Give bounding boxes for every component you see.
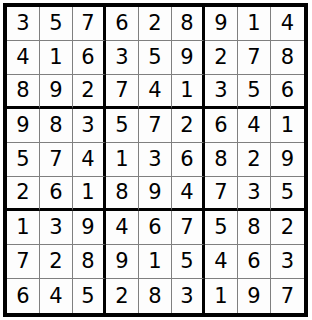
cell-r4c2[interactable]: 8: [40, 109, 73, 143]
cell-r9c8[interactable]: 9: [238, 279, 271, 313]
cell-r7c1[interactable]: 1: [7, 211, 40, 245]
cell-r4c4[interactable]: 5: [106, 109, 139, 143]
sudoku-board: 3576289144163592788927413569835726415741…: [3, 3, 308, 317]
cell-r3c2[interactable]: 9: [40, 75, 73, 109]
cell-r7c6[interactable]: 7: [172, 211, 205, 245]
cell-r6c3[interactable]: 1: [73, 177, 106, 211]
cell-r5c2[interactable]: 7: [40, 143, 73, 177]
cell-r9c1[interactable]: 6: [7, 279, 40, 313]
cell-r3c5[interactable]: 4: [139, 75, 172, 109]
cell-r3c4[interactable]: 7: [106, 75, 139, 109]
cell-r8c5[interactable]: 1: [139, 245, 172, 279]
cell-r7c8[interactable]: 8: [238, 211, 271, 245]
cell-r4c6[interactable]: 2: [172, 109, 205, 143]
cell-r6c5[interactable]: 9: [139, 177, 172, 211]
cell-r6c9[interactable]: 5: [271, 177, 304, 211]
cell-r8c6[interactable]: 5: [172, 245, 205, 279]
cell-r7c5[interactable]: 6: [139, 211, 172, 245]
cell-r9c6[interactable]: 3: [172, 279, 205, 313]
cell-r2c3[interactable]: 6: [73, 41, 106, 75]
cell-r9c4[interactable]: 2: [106, 279, 139, 313]
cell-r8c2[interactable]: 2: [40, 245, 73, 279]
cell-r8c1[interactable]: 7: [7, 245, 40, 279]
cell-r2c5[interactable]: 5: [139, 41, 172, 75]
cell-r1c5[interactable]: 2: [139, 7, 172, 41]
cell-r6c7[interactable]: 7: [205, 177, 238, 211]
cell-r4c8[interactable]: 4: [238, 109, 271, 143]
cell-r5c4[interactable]: 1: [106, 143, 139, 177]
cell-r4c7[interactable]: 6: [205, 109, 238, 143]
cell-r8c4[interactable]: 9: [106, 245, 139, 279]
cell-r4c5[interactable]: 7: [139, 109, 172, 143]
cell-r2c7[interactable]: 2: [205, 41, 238, 75]
cell-r6c8[interactable]: 3: [238, 177, 271, 211]
cell-r1c9[interactable]: 4: [271, 7, 304, 41]
cell-r7c2[interactable]: 3: [40, 211, 73, 245]
cell-r1c3[interactable]: 7: [73, 7, 106, 41]
cell-r8c7[interactable]: 4: [205, 245, 238, 279]
cell-r9c2[interactable]: 4: [40, 279, 73, 313]
cell-r2c9[interactable]: 8: [271, 41, 304, 75]
cell-r2c1[interactable]: 4: [7, 41, 40, 75]
cell-r6c6[interactable]: 4: [172, 177, 205, 211]
cell-r2c2[interactable]: 1: [40, 41, 73, 75]
cell-r2c6[interactable]: 9: [172, 41, 205, 75]
cell-r5c3[interactable]: 4: [73, 143, 106, 177]
cell-r7c4[interactable]: 4: [106, 211, 139, 245]
cell-r9c5[interactable]: 8: [139, 279, 172, 313]
cell-r1c4[interactable]: 6: [106, 7, 139, 41]
cell-r6c1[interactable]: 2: [7, 177, 40, 211]
cell-r9c9[interactable]: 7: [271, 279, 304, 313]
cell-r7c9[interactable]: 2: [271, 211, 304, 245]
cell-r2c4[interactable]: 3: [106, 41, 139, 75]
cell-r5c9[interactable]: 9: [271, 143, 304, 177]
cell-r5c1[interactable]: 5: [7, 143, 40, 177]
cell-r5c7[interactable]: 8: [205, 143, 238, 177]
cell-r5c5[interactable]: 3: [139, 143, 172, 177]
cell-r4c3[interactable]: 3: [73, 109, 106, 143]
cell-r3c9[interactable]: 6: [271, 75, 304, 109]
cell-r7c7[interactable]: 5: [205, 211, 238, 245]
cell-r8c8[interactable]: 6: [238, 245, 271, 279]
cell-r3c7[interactable]: 3: [205, 75, 238, 109]
cell-r1c2[interactable]: 5: [40, 7, 73, 41]
cell-r6c4[interactable]: 8: [106, 177, 139, 211]
cell-r5c8[interactable]: 2: [238, 143, 271, 177]
cell-r9c7[interactable]: 1: [205, 279, 238, 313]
cell-r1c6[interactable]: 8: [172, 7, 205, 41]
cell-r3c8[interactable]: 5: [238, 75, 271, 109]
cell-r1c8[interactable]: 1: [238, 7, 271, 41]
cell-r9c3[interactable]: 5: [73, 279, 106, 313]
sudoku-board-container: 3576289144163592788927413569835726415741…: [3, 3, 308, 317]
cell-r3c6[interactable]: 1: [172, 75, 205, 109]
cell-r7c3[interactable]: 9: [73, 211, 106, 245]
cell-r1c1[interactable]: 3: [7, 7, 40, 41]
cell-r4c1[interactable]: 9: [7, 109, 40, 143]
cell-r6c2[interactable]: 6: [40, 177, 73, 211]
cell-r3c3[interactable]: 2: [73, 75, 106, 109]
cell-r3c1[interactable]: 8: [7, 75, 40, 109]
cell-r8c3[interactable]: 8: [73, 245, 106, 279]
cell-r2c8[interactable]: 7: [238, 41, 271, 75]
cell-r5c6[interactable]: 6: [172, 143, 205, 177]
cell-r4c9[interactable]: 1: [271, 109, 304, 143]
cell-r1c7[interactable]: 9: [205, 7, 238, 41]
cell-r8c9[interactable]: 3: [271, 245, 304, 279]
